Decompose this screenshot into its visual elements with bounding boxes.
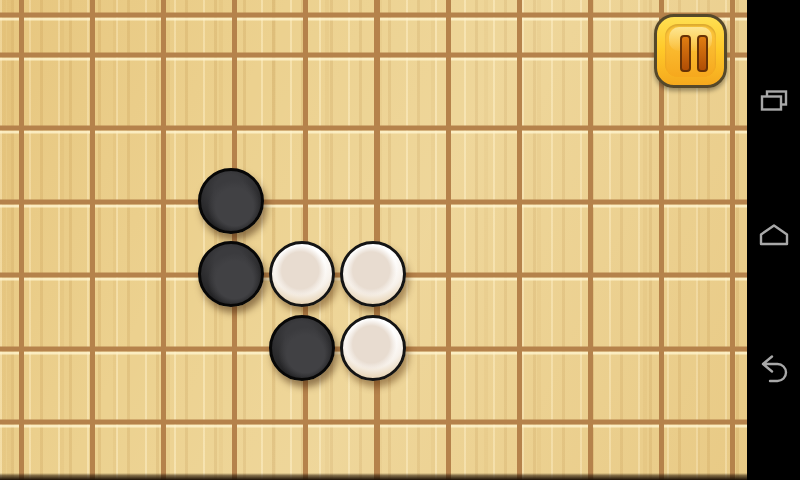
intersection-9-5[interactable]: [626, 385, 697, 458]
intersection-3-1[interactable]: [199, 92, 270, 165]
intersection-7-3[interactable]: [484, 239, 555, 312]
intersection-5-4[interactable]: [341, 312, 412, 385]
intersection-8-4[interactable]: [555, 312, 626, 385]
intersection-2-5[interactable]: [128, 385, 199, 458]
intersection-10-4[interactable]: [697, 312, 747, 385]
pause-icon: [697, 35, 708, 72]
screen-bottom-edge: [0, 473, 747, 480]
pause-button[interactable]: [654, 14, 727, 88]
game-board[interactable]: [0, 0, 747, 480]
intersection-6-1[interactable]: [413, 92, 484, 165]
intersection-6-2[interactable]: [413, 165, 484, 238]
intersection-10-3[interactable]: [697, 239, 747, 312]
intersection-2-0[interactable]: [128, 19, 199, 92]
black-stone: [198, 168, 264, 234]
intersection-10-2[interactable]: [697, 165, 747, 238]
intersection-8-1[interactable]: [555, 92, 626, 165]
intersection-9-2[interactable]: [626, 165, 697, 238]
intersection-6-4[interactable]: [413, 312, 484, 385]
board-grid: [0, 19, 747, 459]
intersection-9-3[interactable]: [626, 239, 697, 312]
white-stone: [269, 241, 335, 307]
intersection-4-1[interactable]: [270, 92, 341, 165]
intersection-4-5[interactable]: [270, 385, 341, 458]
intersection-3-5[interactable]: [199, 385, 270, 458]
intersection-6-0[interactable]: [413, 19, 484, 92]
intersection-2-1[interactable]: [128, 92, 199, 165]
intersection-2-3[interactable]: [128, 239, 199, 312]
intersection-0-2[interactable]: [0, 165, 57, 238]
intersection-2-4[interactable]: [128, 312, 199, 385]
intersection-9-1[interactable]: [626, 92, 697, 165]
intersection-7-2[interactable]: [484, 165, 555, 238]
intersection-1-1[interactable]: [57, 92, 128, 165]
intersection-0-1[interactable]: [0, 92, 57, 165]
home-icon[interactable]: [756, 218, 792, 254]
pause-icon: [680, 35, 691, 72]
intersection-7-4[interactable]: [484, 312, 555, 385]
intersection-1-3[interactable]: [57, 239, 128, 312]
intersection-3-3[interactable]: [199, 239, 270, 312]
intersection-0-5[interactable]: [0, 385, 57, 458]
intersection-3-4[interactable]: [199, 312, 270, 385]
intersection-1-2[interactable]: [57, 165, 128, 238]
intersection-8-2[interactable]: [555, 165, 626, 238]
intersection-0-0[interactable]: [0, 19, 57, 92]
intersection-5-3[interactable]: [341, 239, 412, 312]
intersection-7-0[interactable]: [484, 19, 555, 92]
intersection-0-4[interactable]: [0, 312, 57, 385]
android-navigation-bar: [747, 0, 800, 480]
screen: [0, 0, 800, 480]
intersection-5-0[interactable]: [341, 19, 412, 92]
intersection-8-0[interactable]: [555, 19, 626, 92]
intersection-6-3[interactable]: [413, 239, 484, 312]
intersection-3-0[interactable]: [199, 19, 270, 92]
black-stone: [198, 241, 264, 307]
intersection-1-0[interactable]: [57, 19, 128, 92]
intersection-4-3[interactable]: [270, 239, 341, 312]
intersection-9-4[interactable]: [626, 312, 697, 385]
white-stone: [340, 315, 406, 381]
intersection-5-2[interactable]: [341, 165, 412, 238]
intersection-10-5[interactable]: [697, 385, 747, 458]
intersection-10-1[interactable]: [697, 92, 747, 165]
black-stone: [269, 315, 335, 381]
intersection-5-1[interactable]: [341, 92, 412, 165]
intersection-2-2[interactable]: [128, 165, 199, 238]
intersection-0-3[interactable]: [0, 239, 57, 312]
intersection-5-5[interactable]: [341, 385, 412, 458]
back-icon[interactable]: [756, 351, 792, 387]
intersection-1-4[interactable]: [57, 312, 128, 385]
intersection-7-1[interactable]: [484, 92, 555, 165]
intersection-1-5[interactable]: [57, 385, 128, 458]
intersection-8-5[interactable]: [555, 385, 626, 458]
intersection-4-4[interactable]: [270, 312, 341, 385]
white-stone: [340, 241, 406, 307]
intersection-6-5[interactable]: [413, 385, 484, 458]
recent-apps-icon[interactable]: [756, 83, 792, 119]
intersection-4-0[interactable]: [270, 19, 341, 92]
intersection-3-2[interactable]: [199, 165, 270, 238]
intersection-4-2[interactable]: [270, 165, 341, 238]
intersection-8-3[interactable]: [555, 239, 626, 312]
intersection-7-5[interactable]: [484, 385, 555, 458]
